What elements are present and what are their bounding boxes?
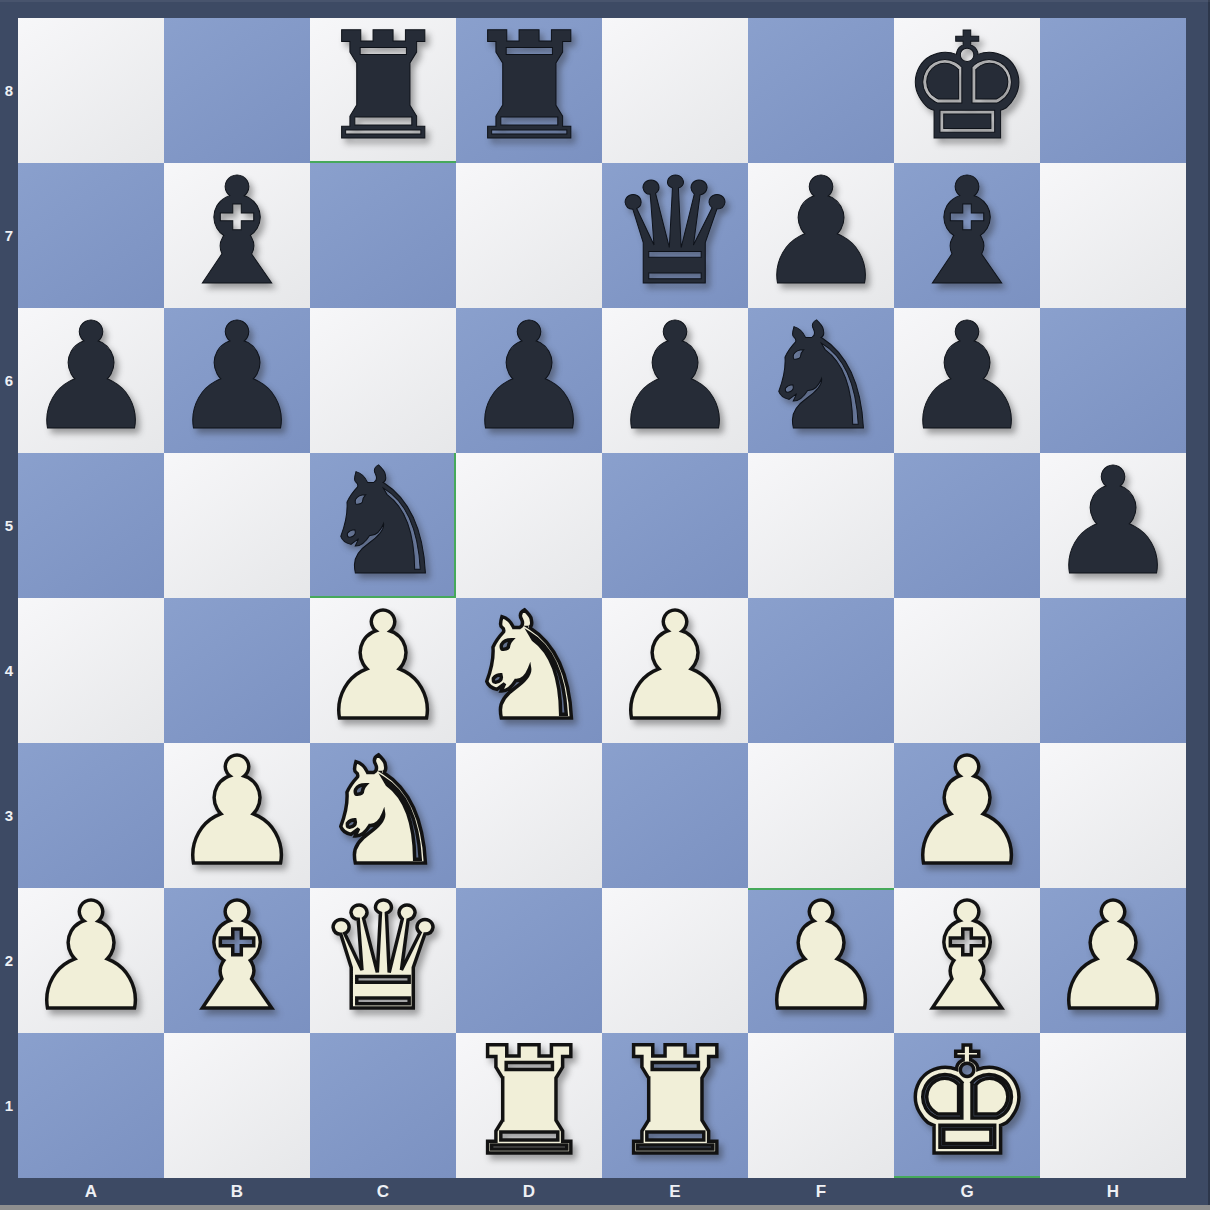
window-bottom-strip (0, 1205, 1210, 1210)
piece-black-pawn-a6[interactable]: ♟ (18, 305, 164, 450)
file-label-e: E (602, 1178, 748, 1205)
square-a2[interactable]: ♟ (18, 888, 164, 1033)
square-d6[interactable]: ♟ (456, 308, 602, 453)
square-a4[interactable] (18, 598, 164, 743)
square-d7[interactable] (456, 163, 602, 308)
square-a8[interactable] (18, 18, 164, 163)
piece-black-pawn-d6[interactable]: ♟ (456, 305, 602, 450)
square-h7[interactable] (1040, 163, 1186, 308)
piece-white-pawn-g3[interactable]: ♟ (894, 740, 1040, 885)
piece-black-rook-d8[interactable]: ♜ (456, 15, 602, 160)
square-e3[interactable] (602, 743, 748, 888)
square-h8[interactable] (1040, 18, 1186, 163)
square-e2[interactable] (602, 888, 748, 1033)
square-f8[interactable] (748, 18, 894, 163)
piece-white-pawn-e4[interactable]: ♟ (602, 595, 748, 740)
square-a3[interactable] (18, 743, 164, 888)
rank-label-2: 2 (0, 888, 18, 1033)
file-label-d: D (456, 1178, 602, 1205)
square-b8[interactable] (164, 18, 310, 163)
square-d4[interactable]: ♞ (456, 598, 602, 743)
piece-black-rook-c8[interactable]: ♜ (310, 15, 456, 160)
square-f5[interactable] (748, 453, 894, 598)
piece-black-pawn-h5[interactable]: ♟ (1040, 450, 1186, 595)
square-g1[interactable]: ♚ (894, 1033, 1040, 1178)
square-g8[interactable]: ♚ (894, 18, 1040, 163)
square-g7[interactable]: ♝ (894, 163, 1040, 308)
piece-white-pawn-b3[interactable]: ♟ (164, 740, 310, 885)
rank-label-8: 8 (0, 18, 18, 163)
rank-label-5: 5 (0, 453, 18, 598)
file-label-g: G (894, 1178, 1040, 1205)
square-f4[interactable] (748, 598, 894, 743)
square-b6[interactable]: ♟ (164, 308, 310, 453)
square-h4[interactable] (1040, 598, 1186, 743)
piece-black-knight-c5[interactable]: ♞ (310, 450, 456, 595)
square-e1[interactable]: ♜ (602, 1033, 748, 1178)
square-b5[interactable] (164, 453, 310, 598)
square-h2[interactable]: ♟ (1040, 888, 1186, 1033)
board-border: ♜♜♚♝♛♟♝♟♟♟♟♞♟♞♟♟♞♟♟♞♟♟♝♛♟♝♟♜♜♚ 87654321 … (0, 0, 1210, 1205)
piece-white-pawn-h2[interactable]: ♟ (1040, 885, 1186, 1030)
square-d1[interactable]: ♜ (456, 1033, 602, 1178)
square-d8[interactable]: ♜ (456, 18, 602, 163)
square-f6[interactable]: ♞ (748, 308, 894, 453)
square-b1[interactable] (164, 1033, 310, 1178)
square-e8[interactable] (602, 18, 748, 163)
square-b2[interactable]: ♝ (164, 888, 310, 1033)
square-c8[interactable]: ♜ (310, 18, 456, 163)
square-a7[interactable] (18, 163, 164, 308)
square-h3[interactable] (1040, 743, 1186, 888)
square-c1[interactable] (310, 1033, 456, 1178)
piece-black-knight-f6[interactable]: ♞ (748, 305, 894, 450)
square-d3[interactable] (456, 743, 602, 888)
square-b4[interactable] (164, 598, 310, 743)
rank-label-4: 4 (0, 598, 18, 743)
square-h5[interactable]: ♟ (1040, 453, 1186, 598)
piece-black-queen-e7[interactable]: ♛ (602, 160, 748, 305)
square-c5[interactable]: ♞ (310, 453, 456, 598)
piece-black-pawn-e6[interactable]: ♟ (602, 305, 748, 450)
rank-label-7: 7 (0, 163, 18, 308)
file-label-b: B (164, 1178, 310, 1205)
piece-white-pawn-c4[interactable]: ♟ (310, 595, 456, 740)
square-b3[interactable]: ♟ (164, 743, 310, 888)
piece-white-pawn-f2[interactable]: ♟ (748, 885, 894, 1030)
piece-black-pawn-b6[interactable]: ♟ (164, 305, 310, 450)
square-c7[interactable] (310, 163, 456, 308)
piece-white-bishop-g2[interactable]: ♝ (894, 885, 1040, 1030)
square-g5[interactable] (894, 453, 1040, 598)
piece-white-queen-c2[interactable]: ♛ (310, 885, 456, 1030)
chess-board: ♜♜♚♝♛♟♝♟♟♟♟♞♟♞♟♟♞♟♟♞♟♟♝♛♟♝♟♜♜♚ (18, 18, 1186, 1178)
square-h1[interactable] (1040, 1033, 1186, 1178)
square-f2[interactable]: ♟ (748, 888, 894, 1033)
piece-white-pawn-a2[interactable]: ♟ (18, 885, 164, 1030)
square-d5[interactable] (456, 453, 602, 598)
piece-white-knight-d4[interactable]: ♞ (456, 595, 602, 740)
square-c4[interactable]: ♟ (310, 598, 456, 743)
piece-black-bishop-g7[interactable]: ♝ (894, 160, 1040, 305)
piece-white-rook-e1[interactable]: ♜ (602, 1030, 748, 1175)
file-label-h: H (1040, 1178, 1186, 1205)
square-c2[interactable]: ♛ (310, 888, 456, 1033)
piece-white-bishop-b2[interactable]: ♝ (164, 885, 310, 1030)
piece-black-pawn-f7[interactable]: ♟ (748, 160, 894, 305)
square-f3[interactable] (748, 743, 894, 888)
square-d2[interactable] (456, 888, 602, 1033)
square-f1[interactable] (748, 1033, 894, 1178)
file-label-c: C (310, 1178, 456, 1205)
rank-label-1: 1 (0, 1033, 18, 1178)
square-h6[interactable] (1040, 308, 1186, 453)
square-g2[interactable]: ♝ (894, 888, 1040, 1033)
square-c6[interactable] (310, 308, 456, 453)
file-label-f: F (748, 1178, 894, 1205)
piece-black-king-g8[interactable]: ♚ (894, 15, 1040, 160)
square-g4[interactable] (894, 598, 1040, 743)
piece-white-knight-c3[interactable]: ♞ (310, 740, 456, 885)
square-a1[interactable] (18, 1033, 164, 1178)
rank-label-6: 6 (0, 308, 18, 453)
square-e6[interactable]: ♟ (602, 308, 748, 453)
piece-black-bishop-b7[interactable]: ♝ (164, 160, 310, 305)
square-c3[interactable]: ♞ (310, 743, 456, 888)
square-g3[interactable]: ♟ (894, 743, 1040, 888)
square-f7[interactable]: ♟ (748, 163, 894, 308)
piece-white-king-g1[interactable]: ♚ (894, 1030, 1040, 1175)
square-a5[interactable] (18, 453, 164, 598)
piece-white-rook-d1[interactable]: ♜ (456, 1030, 602, 1175)
square-b7[interactable]: ♝ (164, 163, 310, 308)
square-e5[interactable] (602, 453, 748, 598)
square-e7[interactable]: ♛ (602, 163, 748, 308)
square-g6[interactable]: ♟ (894, 308, 1040, 453)
file-label-a: A (18, 1178, 164, 1205)
rank-label-3: 3 (0, 743, 18, 888)
piece-black-pawn-g6[interactable]: ♟ (894, 305, 1040, 450)
chess-app-window: ♜♜♚♝♛♟♝♟♟♟♟♞♟♞♟♟♞♟♟♞♟♟♝♛♟♝♟♜♜♚ 87654321 … (0, 0, 1210, 1210)
square-e4[interactable]: ♟ (602, 598, 748, 743)
square-a6[interactable]: ♟ (18, 308, 164, 453)
